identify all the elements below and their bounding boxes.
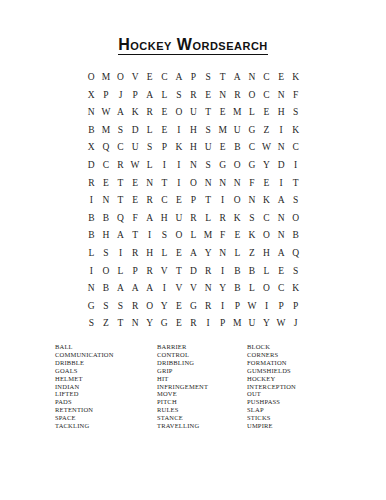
grid-cell-r2c6: L [157, 87, 172, 105]
grid-cell-r11c9: Y [201, 245, 216, 263]
grid-cell-r9c1: B [84, 210, 99, 228]
grid-cell-r6c4: W [128, 157, 143, 175]
word-item: BALL [55, 343, 155, 351]
grid-cell-r5c2: Q [99, 139, 114, 157]
grid-cell-r6c15: I [288, 157, 303, 175]
grid-cell-r11c5: H [142, 245, 157, 263]
grid-cell-r3c10: E [215, 104, 230, 122]
grid-cell-r10c5: I [142, 227, 157, 245]
grid-cell-r3c8: U [186, 104, 201, 122]
grid-cell-r11c13: H [259, 245, 274, 263]
grid-cell-r3c14: H [274, 104, 289, 122]
grid-cell-r6c7: I [172, 157, 187, 175]
grid-cell-r9c7: U [172, 210, 187, 228]
word-item: RETENTION [55, 406, 155, 414]
grid-cell-r13c2: B [99, 280, 114, 298]
grid-cell-r12c14: E [274, 263, 289, 281]
grid-cell-r7c14: I [274, 175, 289, 193]
grid-cell-r13c6: I [157, 280, 172, 298]
grid-cell-r11c15: Q [288, 245, 303, 263]
word-list-column-2: BARRIERCONTROLDRIBBLINGGRIPHITINFRINGEME… [157, 343, 247, 430]
grid-cell-r13c15: K [288, 280, 303, 298]
grid-cell-r14c2: S [99, 298, 114, 316]
grid-cell-r3c1: N [84, 104, 99, 122]
grid-cell-r7c15: T [288, 175, 303, 193]
grid-cell-r10c12: K [245, 227, 260, 245]
grid-cell-r8c10: I [215, 192, 230, 210]
grid-cell-r6c3: R [113, 157, 128, 175]
grid-cell-r1c4: V [128, 69, 143, 87]
grid-cell-r2c14: N [274, 87, 289, 105]
grid-cell-r7c4: E [128, 175, 143, 193]
grid-cell-r3c2: W [99, 104, 114, 122]
grid-cell-r8c12: N [245, 192, 260, 210]
grid-cell-r8c11: O [230, 192, 245, 210]
grid-cell-r2c8: R [186, 87, 201, 105]
grid-cell-r4c10: M [215, 122, 230, 140]
grid-cell-r6c11: O [230, 157, 245, 175]
word-item: HOCKEY [247, 375, 337, 383]
grid-cell-r15c6: G [157, 315, 172, 333]
grid-cell-r6c9: S [201, 157, 216, 175]
grid-cell-r3c12: L [245, 104, 260, 122]
grid-cell-r11c7: E [172, 245, 187, 263]
grid-cell-r10c15: B [288, 227, 303, 245]
grid-cell-r5c11: B [230, 139, 245, 157]
grid-cell-r13c8: V [186, 280, 201, 298]
word-item: LIFTED [55, 390, 155, 398]
grid-cell-r12c8: D [186, 263, 201, 281]
grid-cell-r1c12: N [245, 69, 260, 87]
grid-cell-r1c1: O [84, 69, 99, 87]
grid-cell-r12c10: I [215, 263, 230, 281]
grid-cell-r8c13: K [259, 192, 274, 210]
grid-cell-r15c1: S [84, 315, 99, 333]
grid-cell-r12c13: L [259, 263, 274, 281]
grid-cell-r11c4: R [128, 245, 143, 263]
grid-cell-r6c1: D [84, 157, 99, 175]
grid-cell-r1c9: S [201, 69, 216, 87]
grid-cell-r10c8: L [186, 227, 201, 245]
grid-cell-r5c13: W [259, 139, 274, 157]
grid-cell-r2c11: R [230, 87, 245, 105]
grid-cell-r1c2: M [99, 69, 114, 87]
page-title: Hockey Wordsearch [0, 36, 386, 54]
grid-cell-r5c1: X [84, 139, 99, 157]
grid-cell-r8c9: T [201, 192, 216, 210]
word-item: INDIAN [55, 383, 155, 391]
grid-cell-r7c2: E [99, 175, 114, 193]
grid-cell-r4c7: I [172, 122, 187, 140]
grid-cell-r9c9: L [201, 210, 216, 228]
grid-cell-r12c3: L [113, 263, 128, 281]
grid-cell-r10c9: M [201, 227, 216, 245]
wordsearch-page: Hockey Wordsearch OMOVECAPSTANCEKXPJPALS… [0, 0, 386, 500]
grid-cell-r1c7: A [172, 69, 187, 87]
word-item: TACKLING [55, 422, 155, 430]
grid-cell-r12c2: O [99, 263, 114, 281]
grid-cell-r7c3: T [113, 175, 128, 193]
word-item: HIT [157, 375, 247, 383]
grid-cell-r1c5: E [142, 69, 157, 87]
word-item: STANCE [157, 414, 247, 422]
grid-cell-r12c1: I [84, 263, 99, 281]
grid-cell-r13c1: N [84, 280, 99, 298]
grid-cell-r13c4: A [128, 280, 143, 298]
grid-cell-r12c7: T [172, 263, 187, 281]
grid-cell-r4c6: E [157, 122, 172, 140]
word-item: UMPIRE [247, 422, 337, 430]
grid-cell-r9c2: B [99, 210, 114, 228]
word-item: CONTROL [157, 351, 247, 359]
grid-cell-r1c3: O [113, 69, 128, 87]
grid-cell-r14c15: P [288, 298, 303, 316]
page-title-text: Hockey Wordsearch [118, 36, 268, 55]
grid-cell-r10c14: N [274, 227, 289, 245]
grid-cell-r12c12: B [245, 263, 260, 281]
grid-cell-r4c11: U [230, 122, 245, 140]
grid-cell-r10c2: H [99, 227, 114, 245]
grid-cell-r9c15: O [288, 210, 303, 228]
grid-cell-r9c6: H [157, 210, 172, 228]
grid-cell-r7c12: F [245, 175, 260, 193]
grid-cell-r9c5: A [142, 210, 157, 228]
grid-cell-r3c15: S [288, 104, 303, 122]
grid-cell-r13c13: O [259, 280, 274, 298]
grid-cell-r9c3: Q [113, 210, 128, 228]
word-item: BARRIER [157, 343, 247, 351]
grid-cell-r12c4: P [128, 263, 143, 281]
grid-cell-r7c7: I [172, 175, 187, 193]
grid-cell-r8c6: C [157, 192, 172, 210]
grid-cell-r8c1: I [84, 192, 99, 210]
grid-cell-r3c13: E [259, 104, 274, 122]
grid-cell-r2c1: X [84, 87, 99, 105]
grid-cell-r8c7: E [172, 192, 187, 210]
grid-cell-r15c12: U [245, 315, 260, 333]
grid-cell-r12c11: B [230, 263, 245, 281]
word-item: GUMSHIELDS [247, 367, 337, 375]
grid-cell-r14c1: G [84, 298, 99, 316]
grid-cell-r12c5: R [142, 263, 157, 281]
grid-cell-r1c10: T [215, 69, 230, 87]
grid-cell-r2c2: P [99, 87, 114, 105]
grid-cell-r7c9: N [201, 175, 216, 193]
grid-cell-r4c9: S [201, 122, 216, 140]
grid-cell-r15c9: I [201, 315, 216, 333]
grid-cell-r4c4: D [128, 122, 143, 140]
word-item: INFRINGEMENT [157, 383, 247, 391]
grid-cell-r2c9: E [201, 87, 216, 105]
grid-cell-r4c2: M [99, 122, 114, 140]
word-item: PITCH [157, 398, 247, 406]
word-item: STICKS [247, 414, 337, 422]
grid-cell-r15c13: Y [259, 315, 274, 333]
grid-cell-r10c3: A [113, 227, 128, 245]
grid-cell-r3c11: M [230, 104, 245, 122]
grid-cell-r15c7: E [172, 315, 187, 333]
grid-cell-r2c7: S [172, 87, 187, 105]
grid-cell-r11c11: L [230, 245, 245, 263]
grid-cell-r1c15: K [288, 69, 303, 87]
grid-cell-r5c6: P [157, 139, 172, 157]
grid-cell-r2c15: F [288, 87, 303, 105]
word-item: BLOCK [247, 343, 337, 351]
grid-cell-r10c13: O [259, 227, 274, 245]
grid-cell-r9c10: R [215, 210, 230, 228]
grid-cell-r6c5: L [142, 157, 157, 175]
grid-cell-r14c3: S [113, 298, 128, 316]
grid-cell-r4c5: L [142, 122, 157, 140]
grid-cell-r14c13: I [259, 298, 274, 316]
grid-cell-r5c7: K [172, 139, 187, 157]
grid-cell-r8c2: N [99, 192, 114, 210]
grid-cell-r3c3: A [113, 104, 128, 122]
grid-cell-r6c10: G [215, 157, 230, 175]
grid-cell-r14c8: G [186, 298, 201, 316]
grid-cell-r12c6: V [157, 263, 172, 281]
grid-cell-r10c4: T [128, 227, 143, 245]
grid-cell-r6c12: G [245, 157, 260, 175]
grid-cell-r8c14: A [274, 192, 289, 210]
grid-cell-r11c10: N [215, 245, 230, 263]
grid-cell-r11c8: A [186, 245, 201, 263]
word-item: INTERCEPTION [247, 383, 337, 391]
grid-cell-r13c10: Y [215, 280, 230, 298]
grid-cell-r14c6: Y [157, 298, 172, 316]
grid-cell-r12c15: S [288, 263, 303, 281]
grid-cell-r4c12: G [245, 122, 260, 140]
grid-cell-r15c8: R [186, 315, 201, 333]
grid-cell-r15c10: P [215, 315, 230, 333]
word-item: COMMUNICATION [55, 351, 155, 359]
grid-cell-r5c5: S [142, 139, 157, 157]
grid-cell-r15c3: T [113, 315, 128, 333]
word-item: DRIBBLING [157, 359, 247, 367]
word-item: SPACE [55, 414, 155, 422]
grid-cell-r6c14: D [274, 157, 289, 175]
grid-cell-r8c15: S [288, 192, 303, 210]
grid-cell-r14c5: O [142, 298, 157, 316]
grid-cell-r1c11: A [230, 69, 245, 87]
grid-cell-r11c1: L [84, 245, 99, 263]
grid-cell-r8c4: E [128, 192, 143, 210]
grid-cell-r15c4: N [128, 315, 143, 333]
word-item: PADS [55, 398, 155, 406]
grid-cell-r9c13: C [259, 210, 274, 228]
grid-cell-r14c12: W [245, 298, 260, 316]
grid-cell-r6c8: N [186, 157, 201, 175]
grid-cell-r4c8: H [186, 122, 201, 140]
word-item: GOALS [55, 367, 155, 375]
grid-cell-r6c6: I [157, 157, 172, 175]
grid-cell-r7c1: R [84, 175, 99, 193]
grid-cell-r13c5: A [142, 280, 157, 298]
grid-cell-r4c1: B [84, 122, 99, 140]
grid-cell-r15c5: Y [142, 315, 157, 333]
grid-cell-r7c10: N [215, 175, 230, 193]
grid-cell-r6c13: Y [259, 157, 274, 175]
grid-cell-r4c13: Z [259, 122, 274, 140]
word-list-column-1: BALLCOMMUNICATIONDRIBBLEGOALSHELMETINDIA… [55, 343, 155, 430]
grid-cell-r4c3: S [113, 122, 128, 140]
grid-cell-r13c9: N [201, 280, 216, 298]
grid-cell-r8c3: T [113, 192, 128, 210]
grid-cell-r5c4: U [128, 139, 143, 157]
grid-cell-r2c5: A [142, 87, 157, 105]
grid-cell-r5c8: H [186, 139, 201, 157]
grid-cell-r7c6: T [157, 175, 172, 193]
grid-cell-r11c2: S [99, 245, 114, 263]
grid-cell-r10c6: S [157, 227, 172, 245]
grid-cell-r3c4: K [128, 104, 143, 122]
grid-cell-r9c8: R [186, 210, 201, 228]
grid-cell-r10c11: E [230, 227, 245, 245]
grid-cell-r7c11: N [230, 175, 245, 193]
grid-cell-r14c7: E [172, 298, 187, 316]
grid-cell-r15c11: M [230, 315, 245, 333]
grid-cell-r14c9: R [201, 298, 216, 316]
grid-cell-r3c9: T [201, 104, 216, 122]
grid-cell-r5c12: C [245, 139, 260, 157]
wordsearch-grid: OMOVECAPSTANCEKXPJPALSRENROCNFNWAKREOUTE… [84, 69, 303, 333]
word-item: HELMET [55, 375, 155, 383]
grid-cell-r15c2: Z [99, 315, 114, 333]
word-item: SLAP [247, 406, 337, 414]
grid-cell-r11c3: I [113, 245, 128, 263]
grid-cell-r9c11: K [230, 210, 245, 228]
grid-cell-r3c5: R [142, 104, 157, 122]
grid-cell-r14c11: P [230, 298, 245, 316]
grid-cell-r3c6: E [157, 104, 172, 122]
grid-cell-r10c10: F [215, 227, 230, 245]
word-item: FORMATION [247, 359, 337, 367]
grid-cell-r11c12: Z [245, 245, 260, 263]
grid-cell-r9c4: F [128, 210, 143, 228]
grid-cell-r1c13: C [259, 69, 274, 87]
grid-cell-r15c14: W [274, 315, 289, 333]
word-item: PUSHPASS [247, 398, 337, 406]
grid-cell-r2c12: O [245, 87, 260, 105]
grid-cell-r5c10: E [215, 139, 230, 157]
grid-cell-r11c6: L [157, 245, 172, 263]
grid-cell-r13c7: V [172, 280, 187, 298]
word-item: RULES [157, 406, 247, 414]
grid-cell-r3c7: O [172, 104, 187, 122]
grid-cell-r2c13: C [259, 87, 274, 105]
grid-cell-r7c8: O [186, 175, 201, 193]
word-item: GRIP [157, 367, 247, 375]
grid-cell-r7c5: N [142, 175, 157, 193]
grid-cell-r9c14: N [274, 210, 289, 228]
grid-cell-r1c6: C [157, 69, 172, 87]
grid-cell-r14c14: P [274, 298, 289, 316]
grid-cell-r2c10: N [215, 87, 230, 105]
grid-cell-r4c14: I [274, 122, 289, 140]
grid-cell-r1c8: P [186, 69, 201, 87]
grid-cell-r5c9: U [201, 139, 216, 157]
grid-cell-r13c3: A [113, 280, 128, 298]
grid-cell-r5c3: C [113, 139, 128, 157]
grid-cell-r6c2: C [99, 157, 114, 175]
grid-cell-r1c14: E [274, 69, 289, 87]
word-list-column-3: BLOCKCORNERSFORMATIONGUMSHIELDSHOCKEYINT… [247, 343, 337, 430]
grid-cell-r9c12: S [245, 210, 260, 228]
grid-cell-r2c3: J [113, 87, 128, 105]
grid-cell-r11c14: A [274, 245, 289, 263]
grid-cell-r10c7: O [172, 227, 187, 245]
grid-cell-r4c15: K [288, 122, 303, 140]
grid-cell-r10c1: B [84, 227, 99, 245]
word-item: CORNERS [247, 351, 337, 359]
word-item: DRIBBLE [55, 359, 155, 367]
grid-cell-r7c13: E [259, 175, 274, 193]
grid-cell-r13c11: B [230, 280, 245, 298]
word-item: OUT [247, 390, 337, 398]
grid-cell-r8c8: P [186, 192, 201, 210]
grid-cell-r2c4: P [128, 87, 143, 105]
grid-cell-r5c15: C [288, 139, 303, 157]
word-item: MOVE [157, 390, 247, 398]
grid-cell-r14c10: I [215, 298, 230, 316]
grid-cell-r15c15: J [288, 315, 303, 333]
grid-cell-r14c4: R [128, 298, 143, 316]
grid-cell-r13c12: L [245, 280, 260, 298]
grid-cell-r5c14: N [274, 139, 289, 157]
grid-cell-r13c14: C [274, 280, 289, 298]
grid-cell-r8c5: R [142, 192, 157, 210]
grid-cell-r12c9: R [201, 263, 216, 281]
word-item: TRAVELLING [157, 422, 247, 430]
